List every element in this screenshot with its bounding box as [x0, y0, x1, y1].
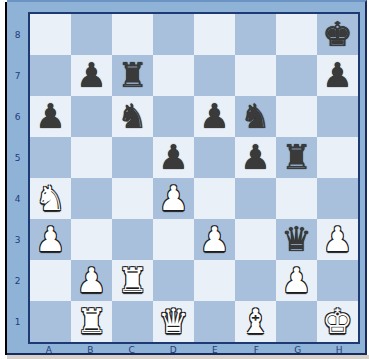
square-b1[interactable]: ♜	[71, 301, 112, 342]
white-rook[interactable]: ♜	[71, 301, 112, 342]
square-g6[interactable]	[276, 96, 317, 137]
black-knight[interactable]: ♞	[112, 96, 153, 137]
window-bottom-strip	[7, 355, 369, 359]
square-e2[interactable]	[194, 260, 235, 301]
black-pawn[interactable]: ♟	[194, 96, 235, 137]
file-label-f: F	[236, 345, 278, 355]
square-e1[interactable]	[194, 301, 235, 342]
square-e4[interactable]	[194, 178, 235, 219]
square-b8[interactable]	[71, 14, 112, 55]
white-pawn[interactable]: ♟	[194, 219, 235, 260]
white-pawn[interactable]: ♟	[153, 178, 194, 219]
file-label-b: B	[70, 345, 112, 355]
square-e3[interactable]: ♟	[194, 219, 235, 260]
square-g7[interactable]	[276, 55, 317, 96]
black-queen[interactable]: ♛	[276, 219, 317, 260]
file-label-c: C	[111, 345, 153, 355]
chess-board: ♚♟♜♟♟♞♟♞♟♟♜♞♟♟♟♛♟♟♜♟♜♛♝♚	[28, 12, 360, 344]
square-d6[interactable]	[153, 96, 194, 137]
square-b4[interactable]	[71, 178, 112, 219]
square-f8[interactable]	[235, 14, 276, 55]
chess-app-window: 87654321 ♚♟♜♟♟♞♟♞♟♟♜♞♟♟♟♛♟♟♜♟♜♛♝♚ ABCDEF…	[0, 0, 369, 359]
rank-label-2: 2	[7, 260, 28, 301]
rank-label-5: 5	[7, 137, 28, 178]
square-f1[interactable]: ♝	[235, 301, 276, 342]
square-c5[interactable]	[112, 137, 153, 178]
black-pawn[interactable]: ♟	[71, 55, 112, 96]
rank-label-3: 3	[7, 219, 28, 260]
square-h5[interactable]	[317, 137, 358, 178]
square-g8[interactable]	[276, 14, 317, 55]
square-c7[interactable]: ♜	[112, 55, 153, 96]
square-c1[interactable]	[112, 301, 153, 342]
black-rook[interactable]: ♜	[112, 55, 153, 96]
square-h1[interactable]: ♚	[317, 301, 358, 342]
file-label-h: H	[319, 345, 361, 355]
white-pawn[interactable]: ♟	[30, 219, 71, 260]
square-b5[interactable]	[71, 137, 112, 178]
square-e5[interactable]	[194, 137, 235, 178]
square-c2[interactable]: ♜	[112, 260, 153, 301]
white-king[interactable]: ♚	[317, 301, 358, 342]
square-a2[interactable]	[30, 260, 71, 301]
black-pawn[interactable]: ♟	[153, 137, 194, 178]
white-rook[interactable]: ♜	[112, 260, 153, 301]
black-knight[interactable]: ♞	[235, 96, 276, 137]
square-g4[interactable]	[276, 178, 317, 219]
square-e8[interactable]	[194, 14, 235, 55]
square-a6[interactable]: ♟	[30, 96, 71, 137]
rank-label-4: 4	[7, 178, 28, 219]
square-b3[interactable]	[71, 219, 112, 260]
square-a4[interactable]: ♞	[30, 178, 71, 219]
square-d1[interactable]: ♛	[153, 301, 194, 342]
square-g5[interactable]: ♜	[276, 137, 317, 178]
square-d3[interactable]	[153, 219, 194, 260]
square-b7[interactable]: ♟	[71, 55, 112, 96]
black-rook[interactable]: ♜	[276, 137, 317, 178]
square-e6[interactable]: ♟	[194, 96, 235, 137]
square-g3[interactable]: ♛	[276, 219, 317, 260]
square-f3[interactable]	[235, 219, 276, 260]
square-h4[interactable]	[317, 178, 358, 219]
square-a1[interactable]	[30, 301, 71, 342]
file-label-e: E	[194, 345, 236, 355]
square-a3[interactable]: ♟	[30, 219, 71, 260]
square-f6[interactable]: ♞	[235, 96, 276, 137]
square-b2[interactable]: ♟	[71, 260, 112, 301]
square-c4[interactable]	[112, 178, 153, 219]
square-h2[interactable]	[317, 260, 358, 301]
square-c8[interactable]	[112, 14, 153, 55]
square-g1[interactable]	[276, 301, 317, 342]
square-e7[interactable]	[194, 55, 235, 96]
square-d2[interactable]	[153, 260, 194, 301]
file-labels: ABCDEFGH	[28, 345, 360, 355]
board-panel: 87654321 ♚♟♜♟♟♞♟♞♟♟♜♞♟♟♟♛♟♟♜♟♜♛♝♚ ABCDEF…	[7, 0, 367, 355]
rank-label-6: 6	[7, 96, 28, 137]
square-f5[interactable]: ♟	[235, 137, 276, 178]
square-h7[interactable]: ♟	[317, 55, 358, 96]
square-g2[interactable]: ♟	[276, 260, 317, 301]
square-h6[interactable]	[317, 96, 358, 137]
square-f4[interactable]	[235, 178, 276, 219]
rank-labels: 87654321	[7, 14, 28, 342]
black-pawn[interactable]: ♟	[235, 137, 276, 178]
white-knight[interactable]: ♞	[30, 178, 71, 219]
square-a8[interactable]	[30, 14, 71, 55]
square-d8[interactable]	[153, 14, 194, 55]
file-label-a: A	[28, 345, 70, 355]
square-d5[interactable]: ♟	[153, 137, 194, 178]
rank-label-7: 7	[7, 55, 28, 96]
black-pawn[interactable]: ♟	[30, 96, 71, 137]
white-queen[interactable]: ♛	[153, 301, 194, 342]
rank-label-8: 8	[7, 14, 28, 55]
square-d7[interactable]	[153, 55, 194, 96]
white-bishop[interactable]: ♝	[235, 301, 276, 342]
square-d4[interactable]: ♟	[153, 178, 194, 219]
file-label-g: G	[277, 345, 319, 355]
square-c3[interactable]	[112, 219, 153, 260]
white-pawn[interactable]: ♟	[71, 260, 112, 301]
black-king[interactable]: ♚	[317, 14, 358, 55]
square-a5[interactable]	[30, 137, 71, 178]
rank-label-1: 1	[7, 301, 28, 342]
square-c6[interactable]: ♞	[112, 96, 153, 137]
square-h3[interactable]: ♟	[317, 219, 358, 260]
white-pawn[interactable]: ♟	[276, 260, 317, 301]
file-label-d: D	[153, 345, 195, 355]
square-a7[interactable]	[30, 55, 71, 96]
square-h8[interactable]: ♚	[317, 14, 358, 55]
square-b6[interactable]	[71, 96, 112, 137]
black-pawn[interactable]: ♟	[317, 55, 358, 96]
square-f7[interactable]	[235, 55, 276, 96]
square-f2[interactable]	[235, 260, 276, 301]
white-pawn[interactable]: ♟	[317, 219, 358, 260]
